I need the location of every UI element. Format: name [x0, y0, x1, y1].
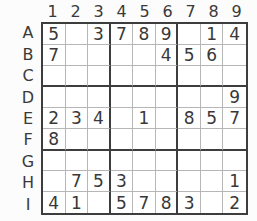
cell-C5[interactable] — [133, 66, 156, 87]
cell-B7[interactable]: 5 — [178, 45, 201, 66]
cell-D5[interactable] — [133, 87, 156, 108]
cell-I1[interactable]: 4 — [43, 192, 66, 213]
cell-D4[interactable] — [111, 87, 134, 108]
row-label-I: I — [18, 194, 38, 215]
cell-D7[interactable] — [178, 87, 201, 108]
cell-A5[interactable]: 8 — [133, 24, 156, 45]
cell-H1[interactable] — [43, 171, 66, 192]
column-labels: 123456789 — [41, 2, 248, 20]
cell-F3[interactable] — [88, 129, 111, 151]
cell-E4[interactable] — [111, 108, 134, 129]
cell-C7[interactable] — [178, 66, 201, 87]
row-label-H: H — [18, 172, 38, 193]
cell-I2[interactable]: 1 — [66, 192, 89, 213]
row-label-D: D — [18, 86, 38, 107]
cell-H7[interactable] — [178, 171, 201, 192]
column-label-5: 5 — [133, 2, 156, 21]
cell-B5[interactable] — [133, 45, 156, 66]
column-label-4: 4 — [110, 2, 133, 21]
cell-C3[interactable] — [88, 66, 111, 87]
cell-E3[interactable]: 4 — [88, 108, 111, 129]
cell-A7[interactable] — [178, 24, 201, 45]
cell-A9[interactable]: 4 — [223, 24, 246, 45]
cell-H8[interactable] — [201, 171, 224, 192]
cell-D8[interactable] — [201, 87, 224, 108]
cell-D9[interactable]: 9 — [223, 87, 246, 108]
cell-A1[interactable]: 5 — [43, 24, 66, 45]
cell-A3[interactable]: 3 — [88, 24, 111, 45]
cell-B2[interactable] — [66, 45, 89, 66]
cell-B1[interactable]: 7 — [43, 45, 66, 66]
cell-F4[interactable] — [111, 129, 134, 151]
cell-G1[interactable] — [43, 151, 66, 172]
cell-C6[interactable] — [156, 66, 179, 87]
cell-E1[interactable]: 2 — [43, 108, 66, 129]
cell-D3[interactable] — [88, 87, 111, 108]
cell-H6[interactable] — [156, 171, 179, 192]
column-label-2: 2 — [64, 2, 87, 21]
cell-E9[interactable]: 7 — [223, 108, 246, 129]
cell-I5[interactable]: 7 — [133, 192, 156, 213]
cell-H3[interactable]: 5 — [88, 171, 111, 192]
cell-H5[interactable] — [133, 171, 156, 192]
cell-I8[interactable] — [201, 192, 224, 213]
cell-B9[interactable] — [223, 45, 246, 66]
cell-B8[interactable]: 6 — [201, 45, 224, 66]
cell-E6[interactable] — [156, 108, 179, 129]
row-labels: ABCDEFGHI — [18, 22, 38, 215]
cell-A4[interactable]: 7 — [111, 24, 134, 45]
cell-A6[interactable]: 9 — [156, 24, 179, 45]
column-label-9: 9 — [225, 2, 248, 21]
cell-E5[interactable]: 1 — [133, 108, 156, 129]
column-label-6: 6 — [156, 2, 179, 21]
row-label-C: C — [18, 65, 38, 86]
column-label-1: 1 — [41, 2, 64, 21]
cell-C9[interactable] — [223, 66, 246, 87]
cell-G6[interactable] — [156, 151, 179, 172]
cell-H2[interactable]: 7 — [66, 171, 89, 192]
cell-E8[interactable]: 5 — [201, 108, 224, 129]
row-label-G: G — [18, 151, 38, 172]
cell-F8[interactable] — [201, 129, 224, 151]
cell-A8[interactable]: 1 — [201, 24, 224, 45]
cell-C8[interactable] — [201, 66, 224, 87]
cell-A2[interactable] — [66, 24, 89, 45]
cell-I7[interactable]: 3 — [178, 192, 201, 213]
cell-I6[interactable]: 8 — [156, 192, 179, 213]
sudoku-board: 5378914745692341857875314157832 — [41, 22, 248, 215]
column-label-8: 8 — [202, 2, 225, 21]
cell-B4[interactable] — [111, 45, 134, 66]
cell-H9[interactable]: 1 — [223, 171, 246, 192]
cell-C1[interactable] — [43, 66, 66, 87]
cell-G4[interactable] — [111, 151, 134, 172]
cell-G5[interactable] — [133, 151, 156, 172]
row-label-F: F — [18, 129, 38, 150]
cell-I4[interactable]: 5 — [111, 192, 134, 213]
cell-G7[interactable] — [178, 151, 201, 172]
cell-H4[interactable]: 3 — [111, 171, 134, 192]
cell-F9[interactable] — [223, 129, 246, 151]
row-label-E: E — [18, 108, 38, 129]
cell-E7[interactable]: 8 — [178, 108, 201, 129]
column-label-3: 3 — [87, 2, 110, 21]
cell-F6[interactable] — [156, 129, 179, 151]
cell-C4[interactable] — [111, 66, 134, 87]
cell-I3[interactable] — [88, 192, 111, 213]
row-label-A: A — [18, 22, 38, 43]
cell-F1[interactable]: 8 — [43, 129, 66, 151]
cell-D2[interactable] — [66, 87, 89, 108]
cell-B3[interactable] — [88, 45, 111, 66]
cell-G8[interactable] — [201, 151, 224, 172]
row-label-B: B — [18, 43, 38, 64]
cell-C2[interactable] — [66, 66, 89, 87]
cell-G3[interactable] — [88, 151, 111, 172]
column-label-7: 7 — [179, 2, 202, 21]
cell-F2[interactable] — [66, 129, 89, 151]
cell-F5[interactable] — [133, 129, 156, 151]
cell-I9[interactable]: 2 — [223, 192, 246, 213]
sudoku-page: 123456789 ABCDEFGHI 53789147456923418578… — [0, 0, 257, 221]
cell-D6[interactable] — [156, 87, 179, 108]
cell-D1[interactable] — [43, 87, 66, 108]
cell-G9[interactable] — [223, 151, 246, 172]
cell-F7[interactable] — [178, 129, 201, 151]
cell-B6[interactable]: 4 — [156, 45, 179, 66]
cell-G2[interactable] — [66, 151, 89, 172]
cell-E2[interactable]: 3 — [66, 108, 89, 129]
